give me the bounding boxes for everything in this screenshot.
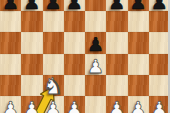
square-h6[interactable] <box>149 11 170 32</box>
white-pawn-a2[interactable]: ♟ <box>0 98 21 113</box>
black-pawn-f7[interactable]: ♟ <box>106 0 127 13</box>
square-h7[interactable]: ♟ <box>149 0 170 11</box>
black-pawn-g7[interactable]: ♟ <box>128 0 149 13</box>
white-pawn-g2[interactable]: ♟ <box>128 98 149 113</box>
square-f5[interactable] <box>106 32 127 53</box>
square-e7[interactable] <box>85 0 106 11</box>
square-d5[interactable] <box>64 32 85 53</box>
square-a5[interactable] <box>0 32 21 53</box>
square-h2[interactable]: ♟ <box>149 96 170 113</box>
white-pawn-f2[interactable]: ♟ <box>106 98 127 113</box>
square-h5[interactable] <box>149 32 170 53</box>
square-f3[interactable] <box>106 75 127 96</box>
square-e6[interactable] <box>85 11 106 32</box>
square-g6[interactable] <box>128 11 149 32</box>
square-d7[interactable]: ♟ <box>64 0 85 11</box>
square-c7[interactable]: ♟ <box>43 0 64 11</box>
square-c5[interactable] <box>43 32 64 53</box>
square-d2[interactable]: ♟ <box>64 96 85 113</box>
square-a2[interactable]: ♟ <box>0 96 21 113</box>
square-b5[interactable] <box>21 32 42 53</box>
square-a4[interactable] <box>0 54 21 75</box>
chess-board-viewport: ♟♟♟♟♟♟♟♟♟♞♟♟♟♟♟♟♟ <box>0 0 170 113</box>
square-a7[interactable]: ♟ <box>0 0 21 11</box>
square-h3[interactable] <box>149 75 170 96</box>
white-knight-c3[interactable]: ♞ <box>43 76 64 97</box>
square-b2[interactable]: ♟ <box>21 96 42 113</box>
square-f6[interactable] <box>106 11 127 32</box>
square-e5[interactable]: ♟ <box>85 32 106 53</box>
square-g3[interactable] <box>128 75 149 96</box>
white-pawn-d2[interactable]: ♟ <box>64 98 85 113</box>
square-g2[interactable]: ♟ <box>128 96 149 113</box>
square-g5[interactable] <box>128 32 149 53</box>
square-b6[interactable] <box>21 11 42 32</box>
square-c6[interactable] <box>43 11 64 32</box>
white-pawn-b2[interactable]: ♟ <box>21 98 42 113</box>
white-pawn-c2[interactable]: ♟ <box>43 98 64 113</box>
chess-board: ♟♟♟♟♟♟♟♟♟♞♟♟♟♟♟♟♟ <box>0 0 170 113</box>
square-f7[interactable]: ♟ <box>106 0 127 11</box>
square-f4[interactable] <box>106 54 127 75</box>
square-c2[interactable]: ♟ <box>43 96 64 113</box>
square-b4[interactable] <box>21 54 42 75</box>
square-d3[interactable] <box>64 75 85 96</box>
square-d4[interactable] <box>64 54 85 75</box>
square-c4[interactable] <box>43 54 64 75</box>
board-right-edge <box>168 0 170 113</box>
square-g4[interactable] <box>128 54 149 75</box>
square-b7[interactable]: ♟ <box>21 0 42 11</box>
black-pawn-b7[interactable]: ♟ <box>21 0 42 13</box>
square-e3[interactable] <box>85 75 106 96</box>
black-pawn-c7[interactable]: ♟ <box>43 0 64 13</box>
white-pawn-e4[interactable]: ♟ <box>85 56 106 77</box>
square-d6[interactable] <box>64 11 85 32</box>
black-pawn-a7[interactable]: ♟ <box>0 0 21 13</box>
square-e4[interactable]: ♟ <box>85 54 106 75</box>
square-a3[interactable] <box>0 75 21 96</box>
white-pawn-h2[interactable]: ♟ <box>149 98 170 113</box>
black-pawn-h7[interactable]: ♟ <box>149 0 170 13</box>
black-pawn-e5[interactable]: ♟ <box>85 34 106 55</box>
square-e2[interactable] <box>85 96 106 113</box>
square-a6[interactable] <box>0 11 21 32</box>
square-b3[interactable] <box>21 75 42 96</box>
black-pawn-d7[interactable]: ♟ <box>64 0 85 13</box>
square-f2[interactable]: ♟ <box>106 96 127 113</box>
square-g7[interactable]: ♟ <box>128 0 149 11</box>
square-h4[interactable] <box>149 54 170 75</box>
square-c3[interactable]: ♞ <box>43 75 64 96</box>
